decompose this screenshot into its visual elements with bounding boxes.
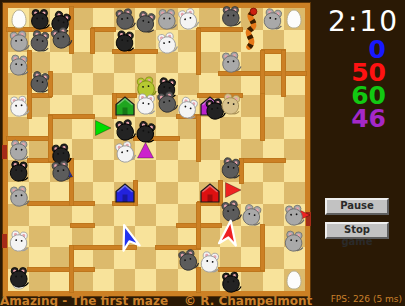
board-cell[interactable] <box>50 8 71 30</box>
board-cell[interactable] <box>50 269 71 291</box>
board-cell[interactable] <box>156 8 177 30</box>
board-cell[interactable] <box>220 269 241 291</box>
board-cell[interactable] <box>50 117 71 139</box>
board-cell[interactable] <box>199 226 220 248</box>
board-cell[interactable] <box>114 8 135 30</box>
pause-button[interactable]: Pause <box>325 198 389 215</box>
board-cell[interactable] <box>114 204 135 226</box>
board-cell[interactable] <box>93 30 114 52</box>
board-cell[interactable] <box>220 73 241 95</box>
board-cell[interactable] <box>135 269 156 291</box>
board-cell[interactable] <box>72 73 93 95</box>
board-cell[interactable] <box>263 160 284 182</box>
board-cell[interactable] <box>178 182 199 204</box>
board-cell[interactable] <box>114 226 135 248</box>
board-cell[interactable] <box>220 247 241 269</box>
board-cell[interactable] <box>135 52 156 74</box>
board-cell[interactable] <box>135 8 156 30</box>
board-cell[interactable] <box>72 160 93 182</box>
board-cell[interactable] <box>50 204 71 226</box>
board-cell[interactable] <box>29 30 50 52</box>
board-cell[interactable] <box>263 52 284 74</box>
board-cell[interactable] <box>199 8 220 30</box>
board-cell[interactable] <box>263 247 284 269</box>
board-cell[interactable] <box>199 182 220 204</box>
board-cell[interactable] <box>93 182 114 204</box>
board-cell[interactable] <box>93 95 114 117</box>
board-cell[interactable] <box>284 73 305 95</box>
board-cell[interactable] <box>241 247 262 269</box>
board-cell[interactable] <box>284 182 305 204</box>
board-cell[interactable] <box>8 269 29 291</box>
board-cell[interactable] <box>241 204 262 226</box>
board-cell[interactable] <box>72 182 93 204</box>
board-cell[interactable] <box>29 204 50 226</box>
board-cell[interactable] <box>178 269 199 291</box>
board-cell[interactable] <box>135 95 156 117</box>
board-cell[interactable] <box>135 160 156 182</box>
board-cell[interactable] <box>156 226 177 248</box>
board-cell[interactable] <box>8 117 29 139</box>
board-cell[interactable] <box>29 269 50 291</box>
board-cell[interactable] <box>135 182 156 204</box>
board-cell[interactable] <box>93 8 114 30</box>
board-cell[interactable] <box>50 52 71 74</box>
board-cell[interactable] <box>178 139 199 161</box>
board-cell[interactable] <box>72 95 93 117</box>
board-cell[interactable] <box>72 30 93 52</box>
copyright: © R. Champelmont <box>184 294 312 306</box>
board-cell[interactable] <box>29 226 50 248</box>
board-cell[interactable] <box>178 73 199 95</box>
board-cell[interactable] <box>220 160 241 182</box>
board-cell[interactable] <box>156 73 177 95</box>
board-cell[interactable] <box>72 247 93 269</box>
board-cell[interactable] <box>135 139 156 161</box>
board-cell[interactable] <box>156 117 177 139</box>
board-cell[interactable] <box>29 182 50 204</box>
board-cell[interactable] <box>29 8 50 30</box>
board-cell[interactable] <box>220 226 241 248</box>
board-cell[interactable] <box>284 30 305 52</box>
board-cell[interactable] <box>284 95 305 117</box>
board-cell[interactable] <box>114 269 135 291</box>
board-cell[interactable] <box>199 117 220 139</box>
board-cell[interactable] <box>93 117 114 139</box>
board-cell[interactable] <box>178 160 199 182</box>
board-cell[interactable] <box>199 30 220 52</box>
board-cell[interactable] <box>241 269 262 291</box>
board-cell[interactable] <box>156 269 177 291</box>
board-cell[interactable] <box>199 247 220 269</box>
board-cell[interactable] <box>8 182 29 204</box>
board-cell[interactable] <box>8 73 29 95</box>
game-title: Amazing - The first maze <box>0 294 168 306</box>
board-cell[interactable] <box>114 117 135 139</box>
board-cell[interactable] <box>93 52 114 74</box>
board-cell[interactable] <box>156 160 177 182</box>
board-cell[interactable] <box>241 30 262 52</box>
board-cell[interactable] <box>72 226 93 248</box>
board-cell[interactable] <box>29 139 50 161</box>
board-cell[interactable] <box>263 182 284 204</box>
board-cell[interactable] <box>50 182 71 204</box>
board-cell[interactable] <box>156 182 177 204</box>
board-cell[interactable] <box>8 52 29 74</box>
board-cell[interactable] <box>114 95 135 117</box>
board-cell[interactable] <box>8 204 29 226</box>
board-cell[interactable] <box>114 52 135 74</box>
board-cell[interactable] <box>93 73 114 95</box>
board-cell[interactable] <box>29 73 50 95</box>
board-cell[interactable] <box>199 204 220 226</box>
board-cell[interactable] <box>50 95 71 117</box>
board-cell[interactable] <box>50 160 71 182</box>
board-cell[interactable] <box>156 139 177 161</box>
board-cell[interactable] <box>156 95 177 117</box>
board-cell[interactable] <box>72 8 93 30</box>
board-cell[interactable] <box>72 117 93 139</box>
board-cell[interactable] <box>93 204 114 226</box>
board-cell[interactable] <box>241 95 262 117</box>
board-cell[interactable] <box>8 226 29 248</box>
board-cell[interactable] <box>114 160 135 182</box>
board-cell[interactable] <box>8 95 29 117</box>
board-cell[interactable] <box>178 30 199 52</box>
stop-game-button[interactable]: Stop game <box>325 222 389 239</box>
board-cell[interactable] <box>72 52 93 74</box>
fps-counter: FPS: 226 (5 ms) <box>331 294 402 304</box>
board-cell[interactable] <box>178 204 199 226</box>
board-cell[interactable] <box>8 8 29 30</box>
maze-board[interactable] <box>8 8 305 291</box>
board-cell[interactable] <box>178 8 199 30</box>
board-cell[interactable] <box>93 247 114 269</box>
board-cell[interactable] <box>220 204 241 226</box>
board-cell[interactable] <box>156 52 177 74</box>
board-cell[interactable] <box>93 160 114 182</box>
board-cell[interactable] <box>199 139 220 161</box>
board-cell[interactable] <box>199 160 220 182</box>
board-cell[interactable] <box>241 73 262 95</box>
board-cell[interactable] <box>135 226 156 248</box>
board-cell[interactable] <box>263 226 284 248</box>
board-cell[interactable] <box>263 8 284 30</box>
board-cell[interactable] <box>263 269 284 291</box>
board-cell[interactable] <box>199 95 220 117</box>
game-timer: 2:10 <box>328 5 399 38</box>
board-cell[interactable] <box>72 139 93 161</box>
score-panel: 0506046 <box>351 38 386 130</box>
board-cell[interactable] <box>29 247 50 269</box>
title-bar: Amazing - The first maze© R. Champelmont <box>0 294 312 306</box>
board-cell[interactable] <box>220 30 241 52</box>
board-cell[interactable] <box>156 204 177 226</box>
board-cell[interactable] <box>241 8 262 30</box>
board-cell[interactable] <box>178 226 199 248</box>
board-cell[interactable] <box>284 117 305 139</box>
board-cell[interactable] <box>8 139 29 161</box>
board-cell[interactable] <box>284 160 305 182</box>
board-cell[interactable] <box>263 139 284 161</box>
board-cell[interactable] <box>241 117 262 139</box>
board-cell[interactable] <box>8 30 29 52</box>
board-cell[interactable] <box>178 247 199 269</box>
board-cell[interactable] <box>50 247 71 269</box>
board-cell[interactable] <box>284 204 305 226</box>
board-cell[interactable] <box>178 95 199 117</box>
board-cell[interactable] <box>93 226 114 248</box>
board-cell[interactable] <box>8 247 29 269</box>
board-cell[interactable] <box>50 30 71 52</box>
board-cell[interactable] <box>284 8 305 30</box>
board-cell[interactable] <box>93 139 114 161</box>
board-cell[interactable] <box>199 73 220 95</box>
board-cell[interactable] <box>135 73 156 95</box>
board-cell[interactable] <box>220 117 241 139</box>
board-cell[interactable] <box>72 269 93 291</box>
board-cell[interactable] <box>29 95 50 117</box>
board-cell[interactable] <box>241 160 262 182</box>
board-cell[interactable] <box>135 204 156 226</box>
board-cell[interactable] <box>72 204 93 226</box>
board-cell[interactable] <box>220 95 241 117</box>
board-cell[interactable] <box>263 117 284 139</box>
board-cell[interactable] <box>263 204 284 226</box>
board-cell[interactable] <box>29 160 50 182</box>
board-cell[interactable] <box>241 226 262 248</box>
board-cell[interactable] <box>114 73 135 95</box>
board-cell[interactable] <box>241 182 262 204</box>
board-cell[interactable] <box>241 139 262 161</box>
board-cell[interactable] <box>178 52 199 74</box>
board-cell[interactable] <box>220 139 241 161</box>
board-cell[interactable] <box>50 139 71 161</box>
score-purple: 46 <box>351 107 386 130</box>
board-cell[interactable] <box>241 52 262 74</box>
board-cell[interactable] <box>284 139 305 161</box>
board-cell[interactable] <box>220 8 241 30</box>
board-cell[interactable] <box>156 247 177 269</box>
board-cell[interactable] <box>114 30 135 52</box>
board-cell[interactable] <box>114 139 135 161</box>
board-cell[interactable] <box>135 117 156 139</box>
board-cell[interactable] <box>135 247 156 269</box>
board-cell[interactable] <box>8 160 29 182</box>
board-cell[interactable] <box>29 117 50 139</box>
board-cell[interactable] <box>199 52 220 74</box>
board-cell[interactable] <box>284 226 305 248</box>
board-cell[interactable] <box>135 30 156 52</box>
board-cell[interactable] <box>220 182 241 204</box>
board-cell[interactable] <box>178 117 199 139</box>
board-cell[interactable] <box>29 52 50 74</box>
board-cell[interactable] <box>114 182 135 204</box>
board-cell[interactable] <box>93 269 114 291</box>
board-cell[interactable] <box>284 247 305 269</box>
board-cell[interactable] <box>284 269 305 291</box>
board-cell[interactable] <box>263 73 284 95</box>
board-cell[interactable] <box>114 247 135 269</box>
board-cell[interactable] <box>50 73 71 95</box>
board-cell[interactable] <box>263 30 284 52</box>
board-cell[interactable] <box>263 95 284 117</box>
board-cell[interactable] <box>50 226 71 248</box>
board-cell[interactable] <box>156 30 177 52</box>
board-cell[interactable] <box>284 52 305 74</box>
board-cell[interactable] <box>199 269 220 291</box>
board-cell[interactable] <box>220 52 241 74</box>
